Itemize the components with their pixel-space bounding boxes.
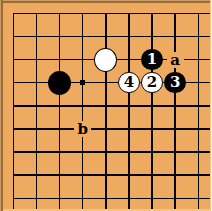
- image-edge-right: [210, 0, 212, 211]
- intersection[interactable]: [71, 94, 94, 117]
- intersection[interactable]: [164, 117, 187, 140]
- intersection[interactable]: [164, 2, 187, 25]
- black-stone-move-3: 3: [164, 72, 186, 94]
- intersection[interactable]: [117, 140, 140, 163]
- intersection[interactable]: [117, 2, 140, 25]
- intersection[interactable]: [25, 25, 48, 48]
- intersection[interactable]: [2, 71, 25, 94]
- intersection[interactable]: [164, 94, 187, 117]
- intersection[interactable]: [48, 2, 71, 25]
- white-stone: [94, 48, 117, 72]
- intersection[interactable]: [164, 187, 187, 210]
- intersection[interactable]: [94, 48, 117, 71]
- intersection[interactable]: [117, 187, 140, 210]
- board-edge-top: [0, 0, 211, 3]
- intersection[interactable]: [71, 164, 94, 187]
- intersection[interactable]: [25, 187, 48, 210]
- image-edge-bottom: [0, 209, 211, 211]
- intersection[interactable]: [2, 117, 25, 140]
- intersection[interactable]: [94, 71, 117, 94]
- intersection[interactable]: [2, 140, 25, 163]
- intersection[interactable]: [187, 117, 210, 140]
- intersection[interactable]: [187, 140, 210, 163]
- intersection[interactable]: [140, 187, 163, 210]
- intersection[interactable]: [48, 117, 71, 140]
- intersection[interactable]: [117, 117, 140, 140]
- black-stone: [48, 71, 71, 95]
- intersection[interactable]: [94, 25, 117, 48]
- intersection[interactable]: a: [164, 48, 187, 71]
- intersection[interactable]: 1: [140, 48, 163, 71]
- intersection[interactable]: [187, 25, 210, 48]
- intersection[interactable]: [164, 164, 187, 187]
- intersection[interactable]: 4: [117, 71, 140, 94]
- intersection[interactable]: [25, 2, 48, 25]
- intersection[interactable]: [2, 94, 25, 117]
- intersection[interactable]: [117, 48, 140, 71]
- intersection[interactable]: [187, 164, 210, 187]
- white-stone-move-4: 4: [118, 72, 140, 94]
- intersection[interactable]: [25, 48, 48, 71]
- intersection[interactable]: [71, 71, 94, 94]
- intersection[interactable]: [117, 25, 140, 48]
- intersection[interactable]: [187, 2, 210, 25]
- intersection[interactable]: [187, 94, 210, 117]
- intersection[interactable]: [25, 140, 48, 163]
- intersection[interactable]: b: [71, 117, 94, 140]
- intersection[interactable]: [140, 25, 163, 48]
- intersection[interactable]: [140, 140, 163, 163]
- intersection[interactable]: [187, 187, 210, 210]
- intersection[interactable]: [48, 48, 71, 71]
- star-point: [80, 80, 85, 85]
- intersection[interactable]: [25, 71, 48, 94]
- intersection[interactable]: [71, 140, 94, 163]
- intersection[interactable]: [48, 25, 71, 48]
- point-label-a: a: [167, 52, 184, 68]
- intersection[interactable]: [94, 2, 117, 25]
- intersection[interactable]: [2, 48, 25, 71]
- intersection[interactable]: [140, 164, 163, 187]
- black-stone-move-1: 1: [141, 49, 163, 71]
- intersection[interactable]: 3: [164, 71, 187, 94]
- intersection[interactable]: [25, 94, 48, 117]
- intersection[interactable]: [2, 164, 25, 187]
- intersection[interactable]: [164, 140, 187, 163]
- intersection[interactable]: [48, 187, 71, 210]
- intersection[interactable]: [71, 25, 94, 48]
- intersection[interactable]: [48, 71, 71, 94]
- intersection[interactable]: [71, 2, 94, 25]
- intersection[interactable]: [140, 94, 163, 117]
- intersection[interactable]: [2, 25, 25, 48]
- board-edge-left: [0, 0, 3, 211]
- white-stone-move-2: 2: [141, 72, 163, 94]
- intersection[interactable]: [187, 48, 210, 71]
- intersection[interactable]: [187, 71, 210, 94]
- intersection[interactable]: 2: [140, 71, 163, 94]
- intersection[interactable]: [48, 140, 71, 163]
- intersection-grid: 1a423b: [2, 2, 210, 210]
- intersection[interactable]: [94, 187, 117, 210]
- intersection[interactable]: [117, 94, 140, 117]
- intersection[interactable]: [2, 2, 25, 25]
- intersection[interactable]: [48, 94, 71, 117]
- go-board: 1a423b: [0, 0, 211, 211]
- intersection[interactable]: [164, 25, 187, 48]
- intersection[interactable]: [71, 187, 94, 210]
- intersection[interactable]: [140, 2, 163, 25]
- intersection[interactable]: [48, 164, 71, 187]
- intersection[interactable]: [94, 164, 117, 187]
- intersection[interactable]: [25, 117, 48, 140]
- intersection[interactable]: [94, 117, 117, 140]
- point-label-b: b: [74, 121, 91, 137]
- intersection[interactable]: [94, 94, 117, 117]
- intersection[interactable]: [117, 164, 140, 187]
- intersection[interactable]: [25, 164, 48, 187]
- intersection[interactable]: [140, 117, 163, 140]
- intersection[interactable]: [94, 140, 117, 163]
- intersection[interactable]: [71, 48, 94, 71]
- intersection[interactable]: [2, 187, 25, 210]
